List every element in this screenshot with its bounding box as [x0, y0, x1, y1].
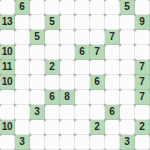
cell-r10c10[interactable] — [135, 135, 150, 150]
cell-r10c6[interactable] — [75, 135, 90, 150]
cell-r7c8[interactable] — [105, 90, 120, 105]
cell-r1c5[interactable] — [60, 0, 75, 15]
cell-r2c2[interactable] — [15, 15, 30, 30]
cell-r3c2[interactable] — [15, 30, 30, 45]
cell-r2c3[interactable] — [30, 15, 45, 30]
clue-cell-r7c5: 8 — [60, 90, 75, 105]
cell-r2c5[interactable] — [60, 15, 75, 30]
cell-r10c5[interactable] — [60, 135, 75, 150]
cell-r5c7[interactable] — [90, 60, 105, 75]
cell-r10c3[interactable] — [30, 135, 45, 150]
cell-r8c7[interactable] — [90, 105, 105, 120]
cell-r3c9[interactable] — [120, 30, 135, 45]
cell-r1c6[interactable] — [75, 0, 90, 15]
puzzle-board: 6513595710671127106768736102233 — [0, 0, 150, 150]
clue-cell-r6c10: 7 — [135, 75, 150, 90]
cell-r4c8[interactable] — [105, 45, 120, 60]
cell-r1c10[interactable] — [135, 0, 150, 15]
cell-r7c2[interactable] — [15, 90, 30, 105]
cell-r4c3[interactable] — [30, 45, 45, 60]
cell-r10c1[interactable] — [0, 135, 15, 150]
cell-r10c4[interactable] — [45, 135, 60, 150]
cell-r9c6[interactable] — [75, 120, 90, 135]
clue-cell-r1c9: 5 — [120, 0, 135, 15]
clue-cell-r9c1: 10 — [0, 120, 15, 135]
clue-cell-r7c10: 7 — [135, 90, 150, 105]
cell-r8c10[interactable] — [135, 105, 150, 120]
cell-r5c9[interactable] — [120, 60, 135, 75]
clue-cell-r2c1: 13 — [0, 15, 15, 30]
cell-r6c2[interactable] — [15, 75, 30, 90]
clue-cell-r8c3: 3 — [30, 105, 45, 120]
cell-r3c1[interactable] — [0, 30, 15, 45]
cell-r4c9[interactable] — [120, 45, 135, 60]
clue-cell-r4c6: 6 — [75, 45, 90, 60]
clue-cell-r10c2: 3 — [15, 135, 30, 150]
cell-r3c10[interactable] — [135, 30, 150, 45]
cell-r3c7[interactable] — [90, 30, 105, 45]
clue-cell-r5c1: 11 — [0, 60, 15, 75]
cell-r6c6[interactable] — [75, 75, 90, 90]
cell-r9c5[interactable] — [60, 120, 75, 135]
clue-cell-r4c7: 7 — [90, 45, 105, 60]
cell-r8c4[interactable] — [45, 105, 60, 120]
cell-r5c8[interactable] — [105, 60, 120, 75]
cell-r10c7[interactable] — [90, 135, 105, 150]
clue-cell-r4c1: 10 — [0, 45, 15, 60]
cell-r8c6[interactable] — [75, 105, 90, 120]
cell-r6c8[interactable] — [105, 75, 120, 90]
cell-r5c5[interactable] — [60, 60, 75, 75]
clue-cell-r3c8: 7 — [105, 30, 120, 45]
cell-r7c9[interactable] — [120, 90, 135, 105]
clue-cell-r3c3: 5 — [30, 30, 45, 45]
cell-r4c4[interactable] — [45, 45, 60, 60]
cell-r6c3[interactable] — [30, 75, 45, 90]
clue-cell-r8c8: 6 — [105, 105, 120, 120]
cell-r5c2[interactable] — [15, 60, 30, 75]
cell-r6c5[interactable] — [60, 75, 75, 90]
cell-r7c7[interactable] — [90, 90, 105, 105]
cell-r2c6[interactable] — [75, 15, 90, 30]
clue-cell-r5c4: 2 — [45, 60, 60, 75]
clue-cell-r5c10: 7 — [135, 60, 150, 75]
cell-r1c4[interactable] — [45, 0, 60, 15]
cell-r5c6[interactable] — [75, 60, 90, 75]
clue-cell-r2c4: 5 — [45, 15, 60, 30]
clue-cell-r2c10: 9 — [135, 15, 150, 30]
cell-r5c3[interactable] — [30, 60, 45, 75]
clue-cell-r10c9: 3 — [120, 135, 135, 150]
cell-r8c1[interactable] — [0, 105, 15, 120]
cell-r7c6[interactable] — [75, 90, 90, 105]
cell-r3c4[interactable] — [45, 30, 60, 45]
clue-cell-r6c7: 6 — [90, 75, 105, 90]
cell-r2c7[interactable] — [90, 15, 105, 30]
cell-r8c2[interactable] — [15, 105, 30, 120]
cell-r9c4[interactable] — [45, 120, 60, 135]
cell-r1c8[interactable] — [105, 0, 120, 15]
clue-cell-r9c7: 2 — [90, 120, 105, 135]
clue-cell-r6c1: 10 — [0, 75, 15, 90]
clue-cell-r1c2: 6 — [15, 0, 30, 15]
cell-r8c9[interactable] — [120, 105, 135, 120]
cell-r6c4[interactable] — [45, 75, 60, 90]
cell-r1c7[interactable] — [90, 0, 105, 15]
cell-r3c6[interactable] — [75, 30, 90, 45]
clue-cell-r7c4: 6 — [45, 90, 60, 105]
cell-r9c9[interactable] — [120, 120, 135, 135]
cell-r9c2[interactable] — [15, 120, 30, 135]
cell-r7c1[interactable] — [0, 90, 15, 105]
cell-r4c10[interactable] — [135, 45, 150, 60]
cell-r6c9[interactable] — [120, 75, 135, 90]
cell-r4c5[interactable] — [60, 45, 75, 60]
cell-r2c8[interactable] — [105, 15, 120, 30]
cell-r1c3[interactable] — [30, 0, 45, 15]
cell-r7c3[interactable] — [30, 90, 45, 105]
cell-r1c1[interactable] — [0, 0, 15, 15]
cell-r4c2[interactable] — [15, 45, 30, 60]
cell-r10c8[interactable] — [105, 135, 120, 150]
cell-r9c3[interactable] — [30, 120, 45, 135]
clue-cell-r9c10: 2 — [135, 120, 150, 135]
cell-r3c5[interactable] — [60, 30, 75, 45]
cell-r9c8[interactable] — [105, 120, 120, 135]
cell-r8c5[interactable] — [60, 105, 75, 120]
cell-r2c9[interactable] — [120, 15, 135, 30]
